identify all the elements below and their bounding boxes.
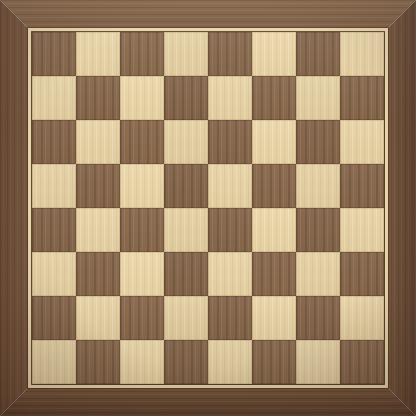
square-r4c5[interactable] — [208, 164, 252, 208]
square-r8c1[interactable] — [32, 340, 76, 384]
square-r6c5[interactable] — [208, 252, 252, 296]
square-r7c3[interactable] — [120, 296, 164, 340]
square-r8c2[interactable] — [76, 340, 120, 384]
square-r7c8[interactable] — [340, 296, 384, 340]
square-r6c4[interactable] — [164, 252, 208, 296]
square-r6c6[interactable] — [252, 252, 296, 296]
square-r1c4[interactable] — [164, 32, 208, 76]
square-r8c4[interactable] — [164, 340, 208, 384]
square-r4c1[interactable] — [32, 164, 76, 208]
board-frame-right — [384, 0, 416, 416]
square-r6c3[interactable] — [120, 252, 164, 296]
square-r3c7[interactable] — [296, 120, 340, 164]
square-r1c1[interactable] — [32, 32, 76, 76]
square-r5c1[interactable] — [32, 208, 76, 252]
square-r6c7[interactable] — [296, 252, 340, 296]
square-r8c7[interactable] — [296, 340, 340, 384]
square-r3c1[interactable] — [32, 120, 76, 164]
square-r8c3[interactable] — [120, 340, 164, 384]
square-r2c5[interactable] — [208, 76, 252, 120]
square-r5c5[interactable] — [208, 208, 252, 252]
square-r4c7[interactable] — [296, 164, 340, 208]
square-r6c8[interactable] — [340, 252, 384, 296]
square-r7c7[interactable] — [296, 296, 340, 340]
square-r2c2[interactable] — [76, 76, 120, 120]
square-r2c7[interactable] — [296, 76, 340, 120]
square-r7c6[interactable] — [252, 296, 296, 340]
square-r4c2[interactable] — [76, 164, 120, 208]
square-r1c8[interactable] — [340, 32, 384, 76]
chessboard-photo — [0, 0, 416, 416]
square-r1c2[interactable] — [76, 32, 120, 76]
square-r1c5[interactable] — [208, 32, 252, 76]
square-r2c3[interactable] — [120, 76, 164, 120]
square-r1c3[interactable] — [120, 32, 164, 76]
square-r4c8[interactable] — [340, 164, 384, 208]
board-frame-left — [0, 0, 32, 416]
square-r7c5[interactable] — [208, 296, 252, 340]
square-r5c7[interactable] — [296, 208, 340, 252]
square-r5c2[interactable] — [76, 208, 120, 252]
square-r5c4[interactable] — [164, 208, 208, 252]
square-r2c4[interactable] — [164, 76, 208, 120]
square-r5c6[interactable] — [252, 208, 296, 252]
square-r4c3[interactable] — [120, 164, 164, 208]
square-r7c1[interactable] — [32, 296, 76, 340]
square-r2c1[interactable] — [32, 76, 76, 120]
square-r2c6[interactable] — [252, 76, 296, 120]
board-frame-top — [0, 0, 416, 32]
chessboard-grid — [32, 32, 384, 384]
square-r7c4[interactable] — [164, 296, 208, 340]
square-r3c8[interactable] — [340, 120, 384, 164]
square-r3c2[interactable] — [76, 120, 120, 164]
square-r2c8[interactable] — [340, 76, 384, 120]
square-r1c7[interactable] — [296, 32, 340, 76]
square-r6c1[interactable] — [32, 252, 76, 296]
board-frame-bottom — [0, 384, 416, 416]
square-r3c3[interactable] — [120, 120, 164, 164]
square-r3c5[interactable] — [208, 120, 252, 164]
square-r3c4[interactable] — [164, 120, 208, 164]
square-r8c5[interactable] — [208, 340, 252, 384]
square-r3c6[interactable] — [252, 120, 296, 164]
square-r4c4[interactable] — [164, 164, 208, 208]
square-r5c3[interactable] — [120, 208, 164, 252]
square-r6c2[interactable] — [76, 252, 120, 296]
square-r4c6[interactable] — [252, 164, 296, 208]
square-r8c6[interactable] — [252, 340, 296, 384]
square-r8c8[interactable] — [340, 340, 384, 384]
square-r7c2[interactable] — [76, 296, 120, 340]
square-r1c6[interactable] — [252, 32, 296, 76]
square-r5c8[interactable] — [340, 208, 384, 252]
